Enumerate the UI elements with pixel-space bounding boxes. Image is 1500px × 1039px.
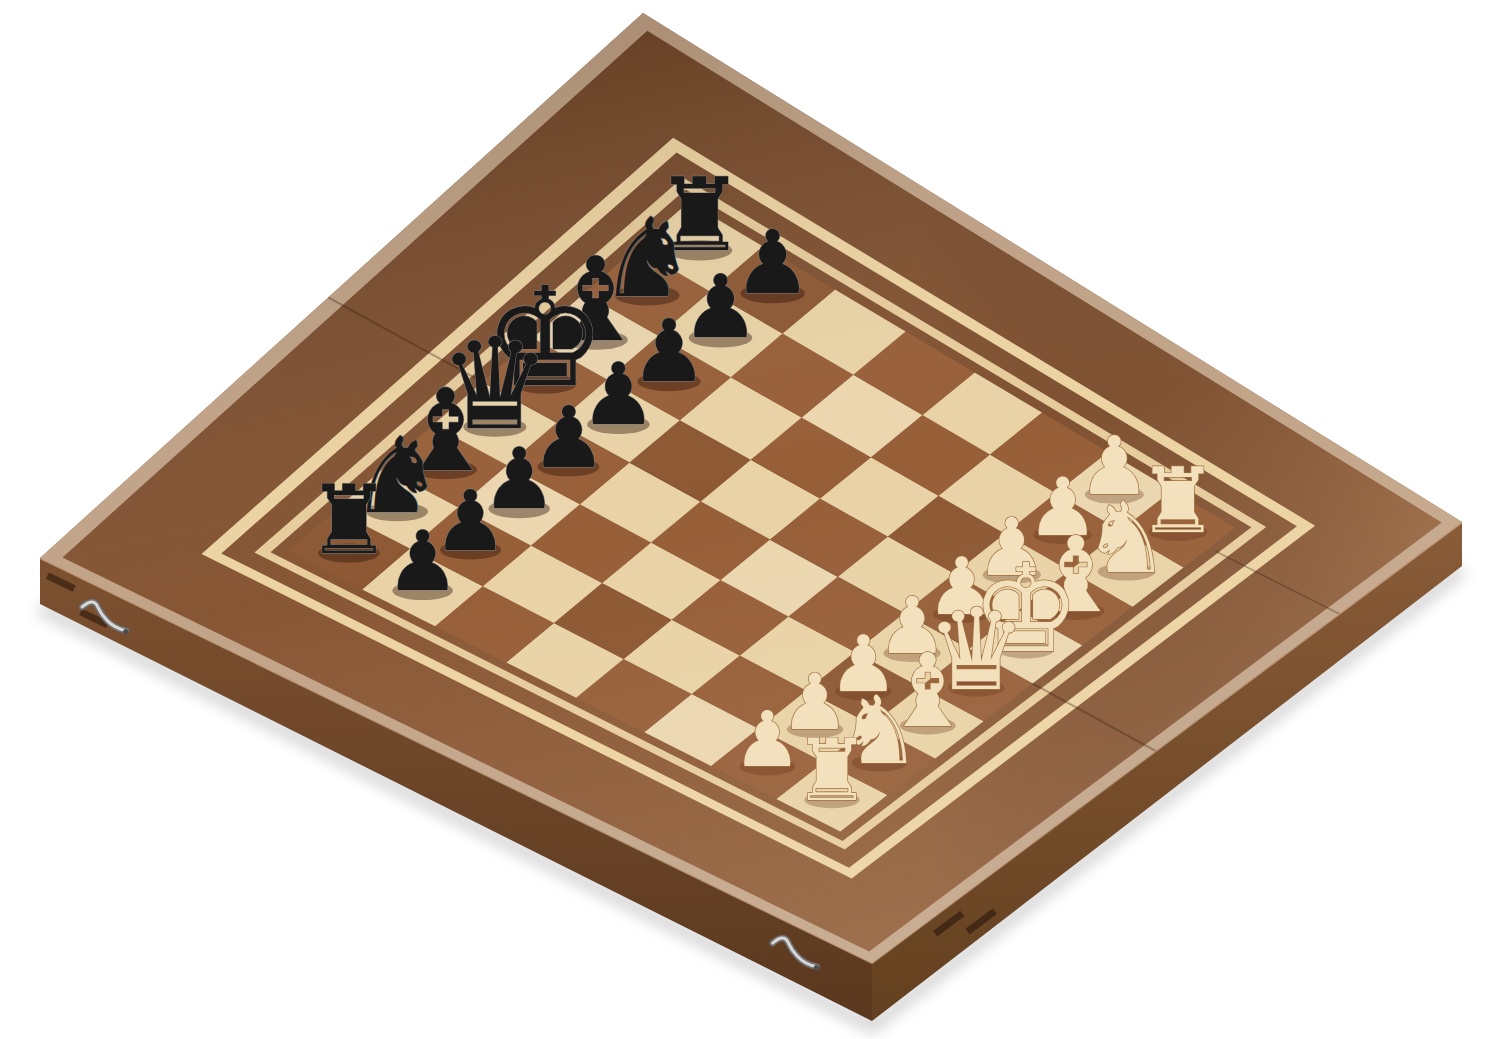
- piece-black-rook-a8: ♜: [306, 465, 391, 575]
- board-svg: ♜♟♞♟♝♟♚♟♛♟♝♟♟♞♜♟♟♜♞♟♟♝♟♚♟♛♟♝♟♞♟♜: [0, 0, 1500, 1039]
- folding-chess-set-photo: ♜♟♞♟♝♟♚♟♛♟♝♟♟♞♜♟♟♜♞♟♟♝♟♚♟♛♟♝♟♞♟♜: [0, 0, 1500, 1039]
- piece-black-pawn-a7: ♟: [385, 513, 459, 610]
- piece-white-pawn-a2: ♟: [733, 695, 802, 784]
- depth-tint: [40, 13, 1462, 963]
- piece-white-rook-a1: ♜: [794, 721, 871, 820]
